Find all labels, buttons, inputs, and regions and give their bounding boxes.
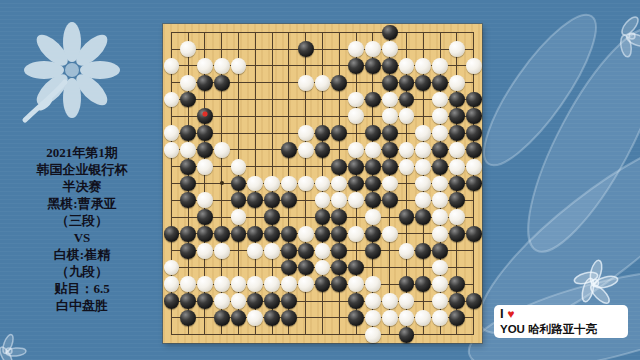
board-cell (381, 276, 398, 293)
board-cell (264, 74, 281, 91)
board-cell (398, 91, 415, 108)
board-cell (348, 41, 365, 58)
board-cell (465, 225, 482, 242)
board-cell (213, 276, 230, 293)
stone-white (264, 276, 280, 292)
board-cell (281, 293, 298, 310)
board-cell (314, 259, 331, 276)
stone-white (382, 92, 398, 108)
board-cell (230, 41, 247, 58)
board-cell (297, 259, 314, 276)
stone-white (298, 142, 314, 158)
board-cell (180, 309, 197, 326)
board-cell (297, 58, 314, 75)
board-cell (180, 209, 197, 226)
heart-icon: ♥ (507, 307, 514, 321)
board-cell (264, 326, 281, 343)
board-cell (398, 276, 415, 293)
stone-black (348, 310, 364, 326)
board-cell (314, 225, 331, 242)
stone-white (197, 159, 213, 175)
stone-black (197, 293, 213, 309)
board-cell (415, 276, 432, 293)
board-cell (465, 326, 482, 343)
board-cell (381, 209, 398, 226)
board-cell (264, 259, 281, 276)
stone-black (466, 125, 482, 141)
board-cell (448, 41, 465, 58)
board-cell (465, 158, 482, 175)
board-cell (348, 209, 365, 226)
stone-white (365, 327, 381, 343)
board-cell (213, 293, 230, 310)
board-cell (213, 125, 230, 142)
board-cell (348, 91, 365, 108)
board-cell (432, 209, 449, 226)
board-cell (314, 293, 331, 310)
board-cell (297, 293, 314, 310)
stone-white (415, 310, 431, 326)
stone-white (415, 58, 431, 74)
board-cell (465, 58, 482, 75)
board-cell (197, 158, 214, 175)
board-cell (364, 225, 381, 242)
stone-black (180, 192, 196, 208)
stone-white (315, 192, 331, 208)
board-cell (314, 41, 331, 58)
board-cell (448, 225, 465, 242)
board-cell (281, 74, 298, 91)
stone-black (365, 226, 381, 242)
stone-white (180, 75, 196, 91)
stone-black (315, 142, 331, 158)
stone-white (415, 176, 431, 192)
board-cell (180, 326, 197, 343)
result-line: 白中盘胜 (0, 297, 164, 314)
board-cell (247, 242, 264, 259)
board-cell (230, 158, 247, 175)
board-cell (398, 41, 415, 58)
board-cell (163, 242, 180, 259)
stone-black (466, 142, 482, 158)
board-cell (381, 309, 398, 326)
board-cell (432, 58, 449, 75)
stone-black (180, 293, 196, 309)
board-cell (364, 108, 381, 125)
board-cell (314, 276, 331, 293)
stone-black (214, 226, 230, 242)
board-cell (314, 125, 331, 142)
stone-white (164, 260, 180, 276)
board-cell (197, 41, 214, 58)
board-cell (247, 91, 264, 108)
stone-black (281, 293, 297, 309)
stone-white (231, 293, 247, 309)
board-cell (281, 58, 298, 75)
stone-white (281, 176, 297, 192)
board-cell (180, 41, 197, 58)
stone-white (432, 192, 448, 208)
board-cell (331, 74, 348, 91)
board-cell (197, 326, 214, 343)
small-flower-icon (0, 333, 26, 360)
board-cell (230, 259, 247, 276)
board-cell (180, 74, 197, 91)
stone-black (281, 310, 297, 326)
board-cell (331, 125, 348, 142)
board-cell (348, 108, 365, 125)
board-cell (465, 74, 482, 91)
stone-black (247, 192, 263, 208)
board-cell (415, 91, 432, 108)
board-cell (180, 259, 197, 276)
stone-black (382, 125, 398, 141)
board-cell (281, 108, 298, 125)
board-cell (448, 91, 465, 108)
board-cell (213, 24, 230, 41)
board-cell (163, 209, 180, 226)
board-cell (247, 225, 264, 242)
board-cell (180, 58, 197, 75)
board-cell (163, 192, 180, 209)
board-cell (230, 209, 247, 226)
board-cell (398, 259, 415, 276)
stone-white (382, 293, 398, 309)
board-cell (264, 41, 281, 58)
board-cell (398, 142, 415, 159)
board-cell (348, 242, 365, 259)
board-cell (398, 24, 415, 41)
stone-black (331, 226, 347, 242)
stone-black (281, 192, 297, 208)
stone-white (247, 176, 263, 192)
logo-text: YOU 哈利路亚十亮 (500, 322, 622, 337)
stone-black (315, 276, 331, 292)
board-cell (197, 175, 214, 192)
stone-black (399, 92, 415, 108)
board-cell (264, 125, 281, 142)
board-cell (180, 225, 197, 242)
board-cell (297, 41, 314, 58)
board-cell (398, 58, 415, 75)
board-cell (213, 242, 230, 259)
stone-white (164, 92, 180, 108)
stone-white (315, 260, 331, 276)
stone-black (432, 159, 448, 175)
last-move-marker (202, 112, 207, 117)
stone-black (382, 159, 398, 175)
board-cell (180, 24, 197, 41)
stone-black (365, 125, 381, 141)
board-cell (281, 242, 298, 259)
board-cell (415, 242, 432, 259)
stone-white (399, 293, 415, 309)
stone-black (264, 192, 280, 208)
board-cell (264, 58, 281, 75)
board-cell (448, 74, 465, 91)
stone-white (432, 125, 448, 141)
board-cell (448, 125, 465, 142)
stone-black (432, 142, 448, 158)
board-cell (432, 326, 449, 343)
stone-white (214, 142, 230, 158)
board-cell (398, 326, 415, 343)
stone-black (180, 243, 196, 259)
board-cell (465, 293, 482, 310)
board-cell (297, 192, 314, 209)
board-cell (415, 259, 432, 276)
board-cell (297, 108, 314, 125)
stone-black (466, 176, 482, 192)
stone-black (449, 276, 465, 292)
stone-black (197, 142, 213, 158)
stone-black (348, 176, 364, 192)
stone-white (432, 276, 448, 292)
stone-white (432, 209, 448, 225)
board-cell (331, 142, 348, 159)
board-cell (465, 41, 482, 58)
board-cell (163, 41, 180, 58)
board-cell (297, 326, 314, 343)
board-cell (432, 142, 449, 159)
board-cell (348, 175, 365, 192)
stone-white (449, 75, 465, 91)
info-panel: 2021年第1期 韩国企业银行杯 半决赛 黑棋:曹承亚 （三段） VS 白棋:崔… (0, 144, 164, 314)
board-cell (381, 108, 398, 125)
board-cell (163, 326, 180, 343)
board-cell (364, 276, 381, 293)
stone-white (315, 75, 331, 91)
board-cell (297, 242, 314, 259)
stone-white (348, 192, 364, 208)
board-cell (281, 225, 298, 242)
board-cell (364, 326, 381, 343)
stone-black (415, 75, 431, 91)
board-cell (415, 192, 432, 209)
stone-white (399, 142, 415, 158)
board-cell (364, 58, 381, 75)
board-cell (465, 242, 482, 259)
board-cell (230, 175, 247, 192)
stone-black (197, 125, 213, 141)
board-cell (247, 192, 264, 209)
board-cell (331, 309, 348, 326)
board-cell (314, 91, 331, 108)
stone-black (197, 209, 213, 225)
stone-white (449, 142, 465, 158)
stone-white (298, 276, 314, 292)
stone-black (281, 226, 297, 242)
board-cell (247, 209, 264, 226)
board-cell (364, 309, 381, 326)
stone-black (281, 142, 297, 158)
stone-white (382, 41, 398, 57)
board-cell (448, 259, 465, 276)
board-cell (364, 242, 381, 259)
stone-black (348, 260, 364, 276)
board-cell (415, 225, 432, 242)
stone-white (466, 58, 482, 74)
stone-white (432, 176, 448, 192)
board-cell (465, 108, 482, 125)
board-cell (197, 58, 214, 75)
board-cell (398, 225, 415, 242)
board-cell (432, 74, 449, 91)
board-cell (297, 24, 314, 41)
stone-black (415, 276, 431, 292)
stone-black (449, 125, 465, 141)
board-cell (163, 108, 180, 125)
board-cell (398, 192, 415, 209)
board-cell (331, 91, 348, 108)
stone-white (164, 276, 180, 292)
stone-black (415, 243, 431, 259)
stone-black (365, 192, 381, 208)
board-cell (348, 225, 365, 242)
board-cell (364, 24, 381, 41)
stone-white (399, 58, 415, 74)
stone-white (281, 276, 297, 292)
board-cell (314, 74, 331, 91)
board-cell (432, 158, 449, 175)
board-cell (348, 259, 365, 276)
board-cell (230, 293, 247, 310)
stone-white (432, 293, 448, 309)
stone-white (315, 243, 331, 259)
board-cell (348, 276, 365, 293)
board-cell (247, 41, 264, 58)
board-cell (297, 142, 314, 159)
board-cell (230, 24, 247, 41)
board-cell (314, 108, 331, 125)
stone-black (315, 209, 331, 225)
board-cell (314, 58, 331, 75)
board-cell (197, 125, 214, 142)
board-cell (247, 276, 264, 293)
stone-black (449, 92, 465, 108)
board-cell (448, 158, 465, 175)
board-cell (230, 225, 247, 242)
board-cell (381, 58, 398, 75)
board-cell (465, 192, 482, 209)
board-cell (197, 309, 214, 326)
komi-line: 贴目：6.5 (0, 280, 164, 297)
board-cell (331, 276, 348, 293)
stone-black (247, 293, 263, 309)
stone-white (164, 142, 180, 158)
board-cell (331, 192, 348, 209)
board-cell (331, 58, 348, 75)
small-flower-icon (573, 259, 619, 306)
board-cell (432, 24, 449, 41)
stone-white (214, 293, 230, 309)
board-cell (448, 309, 465, 326)
board-cell (432, 276, 449, 293)
stone-black (331, 159, 347, 175)
go-board (163, 24, 482, 343)
board-cell (163, 58, 180, 75)
board-cell (415, 293, 432, 310)
stone-white (164, 58, 180, 74)
stone-black (214, 75, 230, 91)
board-cell (281, 41, 298, 58)
stone-black (432, 75, 448, 91)
stone-black (382, 142, 398, 158)
board-cell (281, 276, 298, 293)
board-cell (398, 293, 415, 310)
board-cell (348, 326, 365, 343)
stone-black (348, 159, 364, 175)
stone-black (247, 226, 263, 242)
board-cell (197, 24, 214, 41)
board-cell (448, 108, 465, 125)
stone-black (399, 276, 415, 292)
star-point (220, 181, 224, 185)
board-cell (213, 108, 230, 125)
board-cell (415, 41, 432, 58)
board-cell (381, 175, 398, 192)
board-cell (230, 91, 247, 108)
stone-black (180, 310, 196, 326)
stone-black (197, 75, 213, 91)
board-cell (197, 74, 214, 91)
stone-white (399, 243, 415, 259)
stone-white (382, 226, 398, 242)
board-cell (281, 158, 298, 175)
board-cell (247, 142, 264, 159)
board-cell (213, 58, 230, 75)
board-cell (348, 158, 365, 175)
board-cell (364, 259, 381, 276)
board-cell (180, 276, 197, 293)
board-cell (163, 91, 180, 108)
stone-white (432, 92, 448, 108)
stone-black (264, 293, 280, 309)
stone-white (214, 276, 230, 292)
board-cell (364, 209, 381, 226)
board-cell (381, 158, 398, 175)
stone-black (231, 226, 247, 242)
stone-white (247, 310, 263, 326)
board-cell (448, 142, 465, 159)
board-cell (163, 259, 180, 276)
stone-black (399, 209, 415, 225)
stone-white (214, 58, 230, 74)
stone-white (365, 276, 381, 292)
stone-white (365, 209, 381, 225)
stone-white (298, 176, 314, 192)
board-cell (381, 41, 398, 58)
board-cell (331, 259, 348, 276)
stone-white (214, 243, 230, 259)
stone-black (298, 260, 314, 276)
stone-black (331, 209, 347, 225)
board-cell (448, 24, 465, 41)
board-cell (314, 309, 331, 326)
board-cell (448, 242, 465, 259)
board-cell (432, 242, 449, 259)
board-cell (331, 225, 348, 242)
board-cell (297, 309, 314, 326)
board-cell (281, 142, 298, 159)
board-cell (297, 125, 314, 142)
stone-black (466, 293, 482, 309)
board-cell (465, 142, 482, 159)
board-cell (281, 175, 298, 192)
stone-white (432, 310, 448, 326)
board-cell (281, 192, 298, 209)
board-cell (314, 242, 331, 259)
